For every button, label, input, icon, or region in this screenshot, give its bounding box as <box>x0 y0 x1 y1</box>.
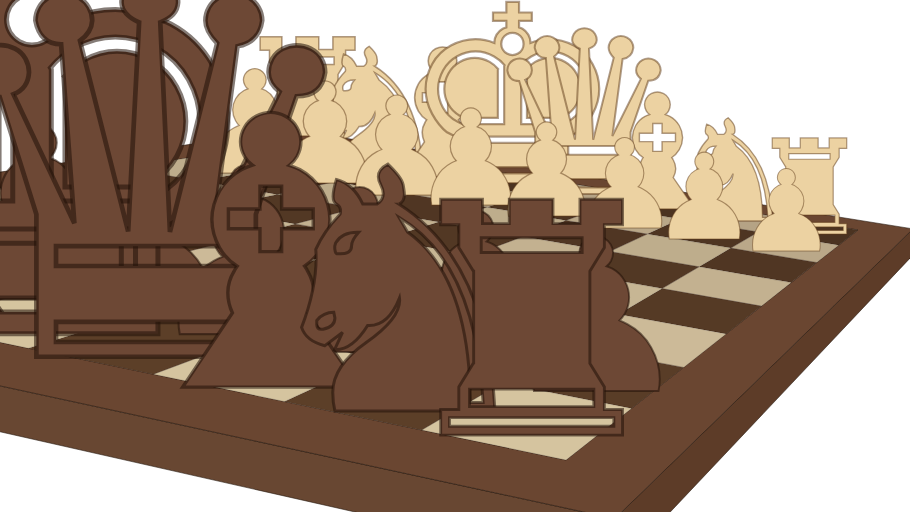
piece-light-pawn-a2[interactable]: ♟ <box>736 156 837 269</box>
piece-dark-rook-a8[interactable]: ♜ <box>387 162 677 485</box>
pieces-layer: ♜♞♟♝♟♚♟♛♟♝♟♞♟♜♟♟♟♟♟♜♟♞♟♝♟♚♟♛♟♝♞♜ <box>0 0 910 512</box>
scene: ♜♞♟♝♟♚♟♛♟♝♟♞♟♜♟♟♟♟♟♜♟♞♟♝♟♚♟♛♟♝♞♜ <box>0 0 910 512</box>
